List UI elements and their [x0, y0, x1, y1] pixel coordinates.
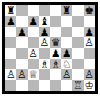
square-g3[interactable] — [72, 59, 83, 70]
square-g5[interactable] — [72, 37, 83, 48]
square-c4[interactable]: ♙ — [28, 48, 39, 59]
piece-white-bishop: ♗ — [40, 59, 49, 70]
square-f1[interactable] — [61, 80, 72, 91]
square-d2[interactable] — [39, 69, 50, 80]
square-e8[interactable] — [50, 5, 61, 16]
piece-white-rook: ♖ — [73, 80, 82, 91]
piece-white-pawn: ♙ — [17, 69, 26, 80]
square-a5[interactable] — [5, 37, 16, 48]
square-g4[interactable] — [72, 48, 83, 59]
piece-black-rook: ♜ — [62, 5, 71, 16]
square-h8[interactable]: ♚ — [84, 5, 95, 16]
square-a4[interactable] — [5, 48, 16, 59]
square-a1[interactable] — [5, 80, 16, 91]
piece-white-queen: ♕ — [29, 69, 38, 80]
square-d3[interactable]: ♗ — [39, 59, 50, 70]
square-c6[interactable] — [28, 27, 39, 38]
square-h1[interactable]: ♔ — [84, 80, 95, 91]
square-h4[interactable] — [84, 48, 95, 59]
square-b2[interactable]: ♙ — [16, 69, 27, 80]
chess-diagram: ♜♜♚♟♟♝♟♟♟♙♛♙♙♟♟♗♗♘♙♙♕♙♙♖♔ — [0, 0, 100, 96]
square-a7[interactable]: ♟ — [5, 16, 16, 27]
square-b4[interactable] — [16, 48, 27, 59]
square-f2[interactable]: ♙ — [61, 69, 72, 80]
square-c1[interactable] — [28, 80, 39, 91]
square-f6[interactable] — [61, 27, 72, 38]
square-a6[interactable] — [5, 27, 16, 38]
square-e7[interactable] — [50, 16, 61, 27]
square-b1[interactable] — [16, 80, 27, 91]
square-f7[interactable] — [61, 16, 72, 27]
square-c2[interactable]: ♕ — [28, 69, 39, 80]
square-b8[interactable] — [16, 5, 27, 16]
piece-white-bishop: ♗ — [51, 59, 60, 70]
piece-black-pawn: ♟ — [29, 16, 38, 27]
piece-white-pawn: ♙ — [84, 37, 93, 48]
piece-black-pawn: ♟ — [17, 27, 26, 38]
square-d1[interactable] — [39, 80, 50, 91]
piece-white-pawn: ♙ — [62, 69, 71, 80]
square-b6[interactable]: ♟ — [16, 27, 27, 38]
chess-board: ♜♜♚♟♟♝♟♟♟♙♛♙♙♟♟♗♗♘♙♙♕♙♙♖♔ — [2, 2, 98, 94]
square-e1[interactable] — [50, 80, 61, 91]
piece-white-pawn: ♙ — [6, 69, 15, 80]
square-a2[interactable]: ♙ — [5, 69, 16, 80]
square-c7[interactable]: ♟ — [28, 16, 39, 27]
square-e2[interactable] — [50, 69, 61, 80]
square-g6[interactable] — [72, 27, 83, 38]
square-f8[interactable]: ♜ — [61, 5, 72, 16]
piece-white-pawn: ♙ — [40, 37, 49, 48]
piece-black-king: ♚ — [84, 5, 93, 16]
square-b5[interactable] — [16, 37, 27, 48]
square-g7[interactable] — [72, 16, 83, 27]
square-h5[interactable]: ♙ — [84, 37, 95, 48]
piece-white-pawn: ♙ — [29, 48, 38, 59]
square-g1[interactable]: ♖ — [72, 80, 83, 91]
square-d5[interactable]: ♙ — [39, 37, 50, 48]
piece-white-king: ♔ — [84, 80, 93, 91]
square-e3[interactable]: ♗ — [50, 59, 61, 70]
piece-black-pawn: ♟ — [6, 16, 15, 27]
square-g8[interactable] — [72, 5, 83, 16]
